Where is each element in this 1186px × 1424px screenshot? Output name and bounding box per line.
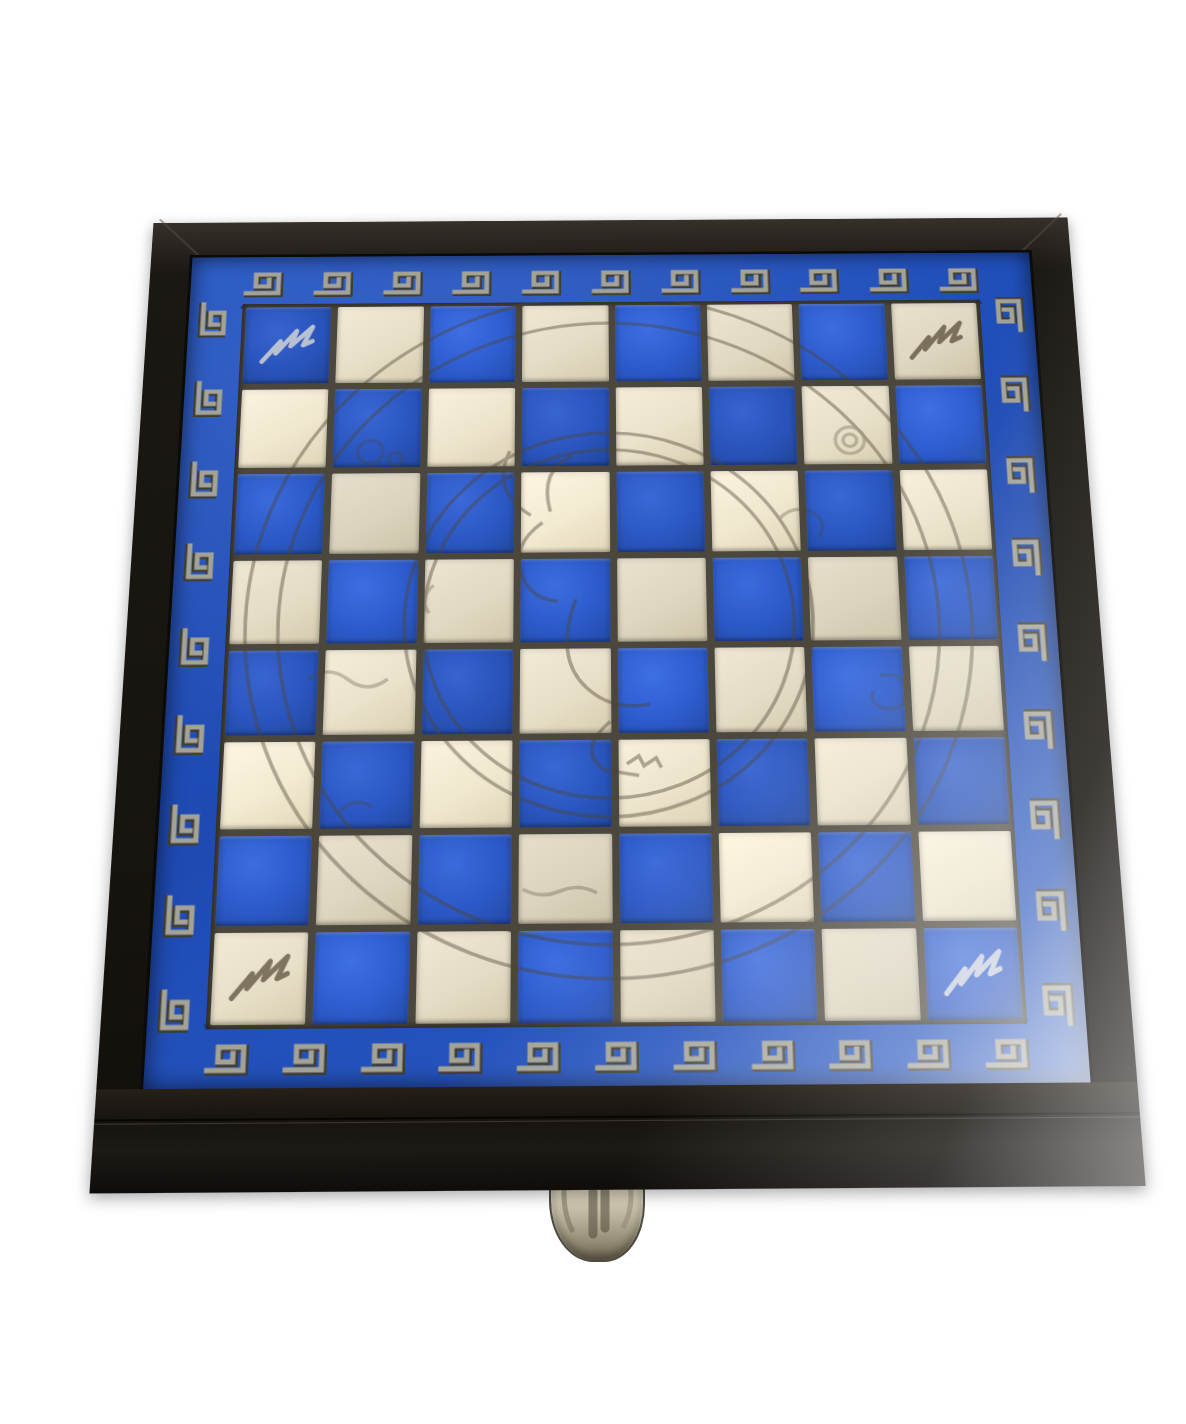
greek-key-icon [157, 987, 198, 1035]
square-g2 [818, 831, 915, 921]
board-grid [206, 300, 1028, 1030]
square-d4 [520, 648, 611, 733]
greek-key-icon [826, 1033, 876, 1071]
greek-key-icon [173, 712, 212, 757]
greek-key-icon [999, 454, 1037, 495]
square-a5 [229, 561, 322, 644]
square-h3 [913, 737, 1010, 825]
square-b6 [330, 473, 421, 554]
greek-key-icon [514, 1035, 563, 1073]
greek-key-icon [1011, 620, 1050, 663]
square-b8 [336, 306, 424, 383]
greek-key-icon [358, 1036, 408, 1074]
frame-mitre-joint [159, 219, 205, 262]
square-b2 [316, 835, 412, 925]
square-d2 [518, 833, 612, 923]
lightning-zigzag-icon [900, 311, 972, 372]
greek-key-icon [592, 1035, 641, 1073]
greek-key-icon [188, 459, 225, 500]
square-c3 [419, 740, 512, 828]
greek-key-icon [197, 300, 233, 339]
square-f2 [719, 832, 815, 922]
square-c6 [425, 473, 514, 554]
greek-key-icon [380, 266, 424, 296]
square-h5 [904, 556, 998, 639]
product-photo [0, 0, 1186, 1424]
square-c8 [429, 306, 516, 383]
square-h6 [899, 470, 992, 551]
square-d7 [521, 388, 609, 467]
square-f3 [716, 738, 810, 826]
square-a6 [234, 474, 326, 555]
greek-key-icon [994, 373, 1031, 413]
greek-key-icon [748, 1034, 798, 1072]
greek-key-icon [670, 1034, 719, 1072]
square-b3 [320, 741, 414, 829]
square-h1 [923, 927, 1023, 1020]
greek-key-icon [867, 263, 912, 293]
greek-key-icon [1022, 796, 1062, 842]
square-h8 [891, 303, 981, 380]
square-b7 [333, 389, 422, 468]
square-f1 [721, 929, 818, 1022]
greek-key-icon [201, 1037, 252, 1075]
square-d1 [518, 930, 613, 1023]
greek-key-icon [659, 264, 703, 294]
square-h2 [918, 831, 1016, 921]
square-b5 [326, 560, 418, 643]
greek-key-icon [728, 264, 772, 294]
wood-frame [89, 217, 1145, 1193]
square-a3 [220, 741, 316, 829]
greek-key-border-bottom [201, 1018, 1034, 1086]
square-a1 [210, 932, 309, 1025]
square-f6 [710, 471, 801, 552]
square-h7 [895, 385, 987, 464]
square-e5 [617, 558, 708, 641]
square-e1 [620, 930, 716, 1023]
greek-key-icon [981, 1032, 1032, 1070]
square-g4 [811, 646, 905, 731]
box-side-face [89, 1082, 1145, 1193]
square-d5 [520, 559, 610, 642]
square-g6 [805, 470, 897, 551]
greek-key-icon [183, 541, 221, 583]
greek-key-icon [989, 295, 1026, 334]
square-e3 [618, 739, 711, 827]
square-g5 [808, 557, 901, 640]
greek-key-icon [589, 265, 633, 295]
square-f7 [709, 386, 798, 465]
frame-mitre-joint [1016, 213, 1062, 257]
greek-key-icon [936, 263, 981, 293]
greek-key-icon [1035, 981, 1076, 1029]
square-f5 [712, 558, 804, 641]
square-c5 [423, 559, 514, 642]
lightning-zigzag-icon [251, 315, 322, 376]
greek-key-icon [904, 1033, 955, 1071]
square-a4 [225, 650, 319, 735]
greek-key-icon [1017, 707, 1056, 752]
chess-board-box [89, 217, 1145, 1193]
square-b4 [323, 649, 416, 734]
square-d8 [522, 305, 608, 382]
square-g3 [815, 737, 911, 825]
square-d6 [521, 472, 610, 553]
greek-key-icon [797, 264, 842, 294]
lightning-zigzag-icon [933, 937, 1013, 1011]
square-e8 [615, 305, 702, 382]
square-g1 [822, 928, 921, 1021]
greek-key-icon [311, 267, 355, 297]
square-e6 [616, 471, 705, 552]
greek-key-icon [178, 626, 216, 669]
lightning-zigzag-icon [220, 941, 299, 1015]
square-g8 [799, 304, 888, 381]
square-c7 [427, 388, 515, 467]
square-a8 [242, 307, 331, 384]
square-b1 [313, 932, 410, 1025]
square-h4 [908, 645, 1004, 730]
square-f8 [707, 304, 795, 381]
greek-key-icon [193, 378, 230, 418]
square-e2 [619, 833, 713, 923]
square-a7 [238, 389, 329, 468]
greek-key-icon [168, 801, 207, 847]
square-g7 [802, 386, 892, 465]
greek-key-icon [520, 265, 563, 295]
square-e7 [615, 387, 703, 466]
square-c1 [415, 931, 511, 1024]
square-f4 [714, 647, 807, 732]
greek-key-icon [279, 1037, 329, 1075]
square-a2 [215, 836, 312, 926]
ceramic-tile-inset [143, 252, 1091, 1089]
greek-key-icon [241, 267, 286, 297]
square-c2 [417, 834, 512, 924]
greek-key-icon [1005, 536, 1043, 578]
greek-key-icon [162, 893, 202, 940]
square-e4 [617, 647, 709, 732]
square-c4 [421, 649, 513, 734]
greek-key-icon [436, 1036, 485, 1074]
greek-key-icon [1029, 887, 1070, 934]
greek-key-icon [450, 266, 494, 296]
square-d3 [519, 739, 611, 827]
